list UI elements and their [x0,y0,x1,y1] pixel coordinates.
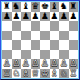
white-queen[interactable]: ♕ [31,69,39,79]
white-pawn[interactable]: ♙ [60,59,68,69]
square-c1[interactable]: ♗ [21,69,31,79]
white-king[interactable]: ♔ [41,69,49,79]
square-g7[interactable]: ♟ [59,12,69,22]
square-c5[interactable] [21,31,31,41]
square-c4[interactable] [21,40,31,50]
square-c8[interactable]: ♝ [21,2,31,12]
white-pawn[interactable]: ♙ [31,59,39,69]
white-pawn[interactable]: ♙ [3,59,11,69]
white-rook[interactable]: ♖ [3,69,11,79]
square-g5[interactable] [59,31,69,41]
square-e3[interactable] [40,50,50,60]
square-a8[interactable]: ♜ [2,2,12,12]
square-a5[interactable] [2,31,12,41]
square-h6[interactable] [69,21,79,31]
square-d1[interactable]: ♕ [31,69,41,79]
black-pawn[interactable]: ♟ [31,12,39,22]
square-h3[interactable] [69,50,79,60]
white-pawn[interactable]: ♙ [12,59,20,69]
white-rook[interactable]: ♖ [69,69,77,79]
square-a1[interactable]: ♖ [2,69,12,79]
square-f2[interactable]: ♙ [50,59,60,69]
square-d8[interactable]: ♛ [31,2,41,12]
square-f4[interactable] [50,40,60,50]
square-a7[interactable]: ♟ [2,12,12,22]
black-bishop[interactable]: ♝ [22,2,30,12]
black-pawn[interactable]: ♟ [50,12,58,22]
square-g3[interactable] [59,50,69,60]
square-d6[interactable] [31,21,41,31]
square-f8[interactable]: ♝ [50,2,60,12]
black-bishop[interactable]: ♝ [50,2,58,12]
square-a4[interactable] [2,40,12,50]
square-a3[interactable] [2,50,12,60]
square-c2[interactable]: ♙ [21,59,31,69]
square-h8[interactable]: ♜ [69,2,79,12]
square-b2[interactable]: ♙ [12,59,22,69]
black-king[interactable]: ♚ [41,2,49,12]
square-d5[interactable] [31,31,41,41]
square-f3[interactable] [50,50,60,60]
square-f7[interactable]: ♟ [50,12,60,22]
square-h4[interactable] [69,40,79,50]
black-pawn[interactable]: ♟ [3,12,11,22]
black-pawn[interactable]: ♟ [41,12,49,22]
square-g4[interactable] [59,40,69,50]
square-b3[interactable] [12,50,22,60]
square-f6[interactable] [50,21,60,31]
square-c3[interactable] [21,50,31,60]
white-pawn[interactable]: ♙ [22,59,30,69]
square-b7[interactable]: ♟ [12,12,22,22]
square-e4[interactable] [40,40,50,50]
square-a2[interactable]: ♙ [2,59,12,69]
black-pawn[interactable]: ♟ [22,12,30,22]
white-knight[interactable]: ♘ [60,69,68,79]
square-h7[interactable]: ♟ [69,12,79,22]
chess-board-frame: ♜♞♝♛♚♝♞♜♟♟♟♟♟♟♟♟♙♙♙♙♙♙♙♙♖♘♗♕♔♗♘♖ [0,0,80,80]
square-g2[interactable]: ♙ [59,59,69,69]
square-b8[interactable]: ♞ [12,2,22,12]
square-d2[interactable]: ♙ [31,59,41,69]
square-f1[interactable]: ♗ [50,69,60,79]
square-b5[interactable] [12,31,22,41]
white-pawn[interactable]: ♙ [41,59,49,69]
square-a6[interactable] [2,21,12,31]
square-c7[interactable]: ♟ [21,12,31,22]
black-rook[interactable]: ♜ [69,2,77,12]
square-g6[interactable] [59,21,69,31]
square-h2[interactable]: ♙ [69,59,79,69]
square-b1[interactable]: ♘ [12,69,22,79]
white-knight[interactable]: ♘ [12,69,20,79]
black-rook[interactable]: ♜ [3,2,11,12]
square-h1[interactable]: ♖ [69,69,79,79]
black-pawn[interactable]: ♟ [60,12,68,22]
square-e8[interactable]: ♚ [40,2,50,12]
black-queen[interactable]: ♛ [31,2,39,12]
square-d4[interactable] [31,40,41,50]
square-f5[interactable] [50,31,60,41]
square-g1[interactable]: ♘ [59,69,69,79]
black-knight[interactable]: ♞ [12,2,20,12]
square-b6[interactable] [12,21,22,31]
white-bishop[interactable]: ♗ [50,69,58,79]
square-e5[interactable] [40,31,50,41]
square-e6[interactable] [40,21,50,31]
white-pawn[interactable]: ♙ [69,59,77,69]
white-bishop[interactable]: ♗ [22,69,30,79]
chess-board: ♜♞♝♛♚♝♞♜♟♟♟♟♟♟♟♟♙♙♙♙♙♙♙♙♖♘♗♕♔♗♘♖ [2,2,78,78]
square-e2[interactable]: ♙ [40,59,50,69]
black-knight[interactable]: ♞ [60,2,68,12]
square-b4[interactable] [12,40,22,50]
white-pawn[interactable]: ♙ [50,59,58,69]
black-pawn[interactable]: ♟ [12,12,20,22]
black-pawn[interactable]: ♟ [69,12,77,22]
square-c6[interactable] [21,21,31,31]
square-e1[interactable]: ♔ [40,69,50,79]
square-d7[interactable]: ♟ [31,12,41,22]
square-h5[interactable] [69,31,79,41]
square-e7[interactable]: ♟ [40,12,50,22]
square-d3[interactable] [31,50,41,60]
square-g8[interactable]: ♞ [59,2,69,12]
